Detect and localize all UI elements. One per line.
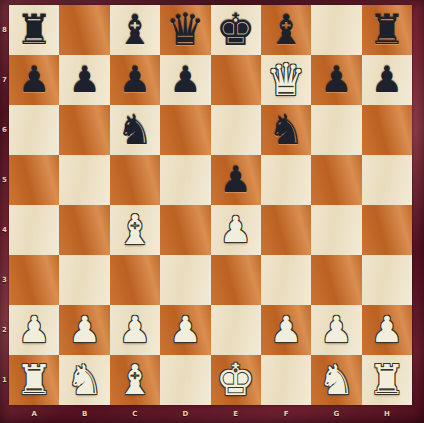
white-pawn[interactable]: ♟ <box>261 305 311 355</box>
white-pawn[interactable]: ♟ <box>211 205 261 255</box>
square-f7[interactable]: ♛ <box>261 55 311 105</box>
file-label-g: G <box>311 405 361 423</box>
square-g8[interactable] <box>311 5 361 55</box>
square-f4[interactable] <box>261 205 311 255</box>
square-e1[interactable]: ♚ <box>211 355 261 405</box>
square-g6[interactable] <box>311 105 361 155</box>
black-rook[interactable]: ♜ <box>9 5 59 55</box>
square-a4[interactable] <box>9 205 59 255</box>
square-e4[interactable]: ♟ <box>211 205 261 255</box>
rank-label-2: 2 <box>0 305 9 355</box>
square-c6[interactable]: ♞ <box>110 105 160 155</box>
square-f2[interactable]: ♟ <box>261 305 311 355</box>
square-h7[interactable]: ♟ <box>362 55 412 105</box>
square-f5[interactable] <box>261 155 311 205</box>
white-rook[interactable]: ♜ <box>362 355 412 405</box>
square-d3[interactable] <box>160 255 210 305</box>
file-label-f: F <box>261 405 311 423</box>
square-a1[interactable]: ♜ <box>9 355 59 405</box>
square-h6[interactable] <box>362 105 412 155</box>
square-d2[interactable]: ♟ <box>160 305 210 355</box>
square-f3[interactable] <box>261 255 311 305</box>
square-a5[interactable] <box>9 155 59 205</box>
square-b2[interactable]: ♟ <box>59 305 109 355</box>
square-c7[interactable]: ♟ <box>110 55 160 105</box>
square-h1[interactable]: ♜ <box>362 355 412 405</box>
square-c3[interactable] <box>110 255 160 305</box>
white-knight[interactable]: ♞ <box>311 355 361 405</box>
square-b4[interactable] <box>59 205 109 255</box>
square-e2[interactable] <box>211 305 261 355</box>
square-h3[interactable] <box>362 255 412 305</box>
square-e5[interactable]: ♟ <box>211 155 261 205</box>
square-f1[interactable] <box>261 355 311 405</box>
square-c4[interactable]: ♝ <box>110 205 160 255</box>
black-knight[interactable]: ♞ <box>261 105 311 155</box>
black-pawn[interactable]: ♟ <box>9 55 59 105</box>
white-queen[interactable]: ♛ <box>261 55 311 105</box>
square-h5[interactable] <box>362 155 412 205</box>
black-bishop[interactable]: ♝ <box>261 5 311 55</box>
white-pawn[interactable]: ♟ <box>9 305 59 355</box>
white-bishop[interactable]: ♝ <box>110 205 160 255</box>
square-c1[interactable]: ♝ <box>110 355 160 405</box>
square-a3[interactable] <box>9 255 59 305</box>
chess-board-frame: ♜♝♛♚♝♜♟♟♟♟♛♟♟♞♞♟♝♟♟♟♟♟♟♟♟♜♞♝♚♞♜ 87654321… <box>0 0 424 423</box>
file-label-d: D <box>160 405 210 423</box>
white-pawn[interactable]: ♟ <box>311 305 361 355</box>
white-king[interactable]: ♚ <box>211 355 261 405</box>
black-knight[interactable]: ♞ <box>110 105 160 155</box>
square-b7[interactable]: ♟ <box>59 55 109 105</box>
square-g5[interactable] <box>311 155 361 205</box>
square-e6[interactable] <box>211 105 261 155</box>
square-a6[interactable] <box>9 105 59 155</box>
white-pawn[interactable]: ♟ <box>362 305 412 355</box>
square-e3[interactable] <box>211 255 261 305</box>
square-a8[interactable]: ♜ <box>9 5 59 55</box>
black-pawn[interactable]: ♟ <box>59 55 109 105</box>
black-pawn[interactable]: ♟ <box>211 155 261 205</box>
rank-label-4: 4 <box>0 205 9 255</box>
square-g4[interactable] <box>311 205 361 255</box>
rank-label-6: 6 <box>0 105 9 155</box>
black-pawn[interactable]: ♟ <box>311 55 361 105</box>
white-pawn[interactable]: ♟ <box>110 305 160 355</box>
rank-label-3: 3 <box>0 255 9 305</box>
square-f8[interactable]: ♝ <box>261 5 311 55</box>
rank-label-1: 1 <box>0 355 9 405</box>
square-b3[interactable] <box>59 255 109 305</box>
square-f6[interactable]: ♞ <box>261 105 311 155</box>
square-c8[interactable]: ♝ <box>110 5 160 55</box>
square-b8[interactable] <box>59 5 109 55</box>
square-a7[interactable]: ♟ <box>9 55 59 105</box>
square-b6[interactable] <box>59 105 109 155</box>
square-d5[interactable] <box>160 155 210 205</box>
square-b5[interactable] <box>59 155 109 205</box>
square-d4[interactable] <box>160 205 210 255</box>
square-c5[interactable] <box>110 155 160 205</box>
rank-label-7: 7 <box>0 55 9 105</box>
square-g2[interactable]: ♟ <box>311 305 361 355</box>
file-label-c: C <box>110 405 160 423</box>
square-g7[interactable]: ♟ <box>311 55 361 105</box>
square-h2[interactable]: ♟ <box>362 305 412 355</box>
white-pawn[interactable]: ♟ <box>160 305 210 355</box>
file-labels: ABCDEFGH <box>9 405 412 423</box>
square-h8[interactable]: ♜ <box>362 5 412 55</box>
square-c2[interactable]: ♟ <box>110 305 160 355</box>
white-rook[interactable]: ♜ <box>9 355 59 405</box>
square-d8[interactable]: ♛ <box>160 5 210 55</box>
square-e7[interactable] <box>211 55 261 105</box>
white-bishop[interactable]: ♝ <box>110 355 160 405</box>
black-rook[interactable]: ♜ <box>362 5 412 55</box>
file-label-b: B <box>59 405 109 423</box>
white-pawn[interactable]: ♟ <box>59 305 109 355</box>
square-d1[interactable] <box>160 355 210 405</box>
rank-label-5: 5 <box>0 155 9 205</box>
black-queen[interactable]: ♛ <box>160 5 210 55</box>
black-bishop[interactable]: ♝ <box>110 5 160 55</box>
file-label-a: A <box>9 405 59 423</box>
file-label-h: H <box>362 405 412 423</box>
black-pawn[interactable]: ♟ <box>110 55 160 105</box>
black-pawn[interactable]: ♟ <box>362 55 412 105</box>
square-a2[interactable]: ♟ <box>9 305 59 355</box>
square-g3[interactable] <box>311 255 361 305</box>
square-d7[interactable]: ♟ <box>160 55 210 105</box>
white-knight[interactable]: ♞ <box>59 355 109 405</box>
rank-labels: 87654321 <box>0 5 9 405</box>
square-b1[interactable]: ♞ <box>59 355 109 405</box>
square-h4[interactable] <box>362 205 412 255</box>
square-e8[interactable]: ♚ <box>211 5 261 55</box>
chess-board: ♜♝♛♚♝♜♟♟♟♟♛♟♟♞♞♟♝♟♟♟♟♟♟♟♟♜♞♝♚♞♜ <box>9 5 412 405</box>
file-label-e: E <box>211 405 261 423</box>
black-king[interactable]: ♚ <box>211 5 261 55</box>
square-g1[interactable]: ♞ <box>311 355 361 405</box>
black-pawn[interactable]: ♟ <box>160 55 210 105</box>
square-d6[interactable] <box>160 105 210 155</box>
rank-label-8: 8 <box>0 5 9 55</box>
